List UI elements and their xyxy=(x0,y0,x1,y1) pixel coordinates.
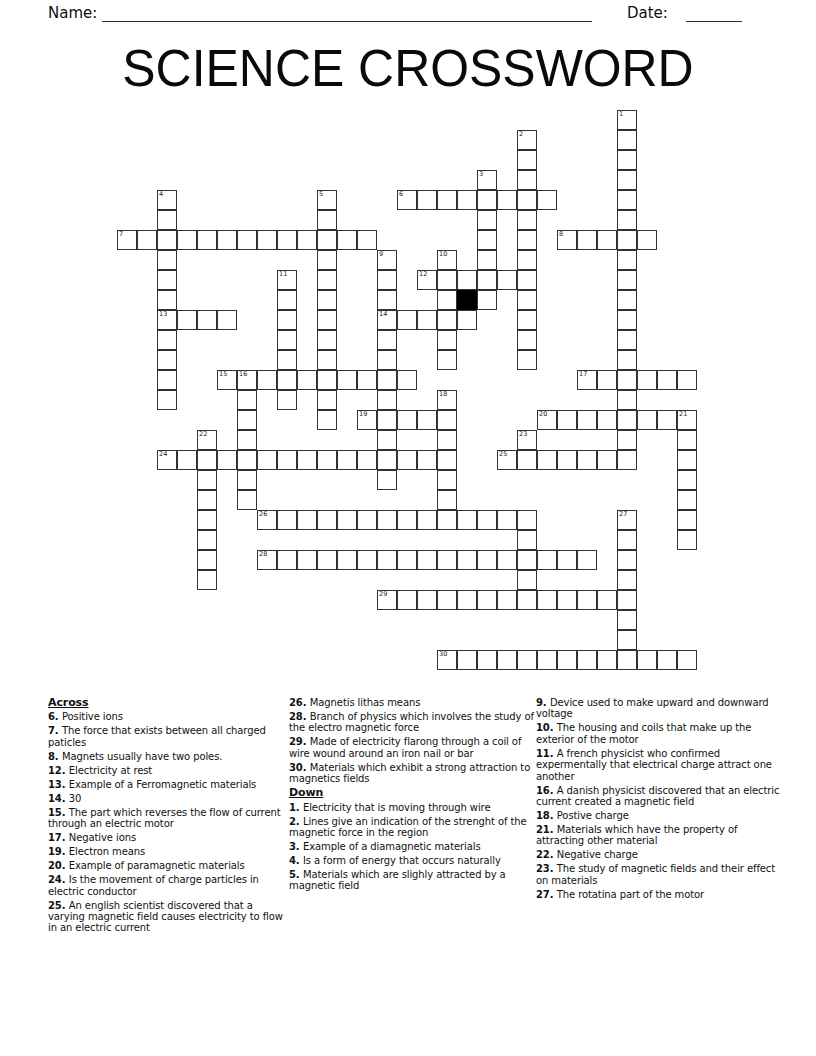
answer-cell[interactable] xyxy=(217,230,237,250)
answer-cell[interactable] xyxy=(617,650,637,670)
answer-cell[interactable] xyxy=(617,370,637,390)
answer-cell[interactable]: 8 xyxy=(557,230,577,250)
answer-cell[interactable] xyxy=(177,450,197,470)
answer-cell[interactable] xyxy=(517,510,537,530)
answer-cell[interactable] xyxy=(317,510,337,530)
answer-cell[interactable] xyxy=(477,270,497,290)
answer-cell[interactable] xyxy=(457,510,477,530)
answer-cell[interactable] xyxy=(617,330,637,350)
answer-cell[interactable] xyxy=(377,370,397,390)
answer-cell[interactable] xyxy=(497,590,517,610)
answer-cell[interactable] xyxy=(237,490,257,510)
answer-cell[interactable] xyxy=(657,370,677,390)
answer-cell[interactable] xyxy=(297,370,317,390)
answer-cell[interactable] xyxy=(517,450,537,470)
answer-cell[interactable] xyxy=(617,190,637,210)
answer-cell[interactable] xyxy=(357,510,377,530)
answer-cell[interactable] xyxy=(597,370,617,390)
answer-cell[interactable] xyxy=(377,350,397,370)
answer-cell[interactable]: 27 xyxy=(617,510,637,530)
answer-cell[interactable] xyxy=(457,190,477,210)
answer-cell[interactable] xyxy=(577,410,597,430)
answer-cell[interactable] xyxy=(417,450,437,470)
answer-cell[interactable] xyxy=(477,210,497,230)
answer-cell[interactable] xyxy=(617,450,637,470)
answer-cell[interactable]: 25 xyxy=(497,450,517,470)
answer-cell[interactable]: 13 xyxy=(157,310,177,330)
answer-cell[interactable] xyxy=(617,310,637,330)
answer-cell[interactable] xyxy=(457,310,477,330)
answer-cell[interactable] xyxy=(317,410,337,430)
answer-cell[interactable] xyxy=(477,650,497,670)
answer-cell[interactable] xyxy=(277,350,297,370)
answer-cell[interactable] xyxy=(157,270,177,290)
answer-cell[interactable] xyxy=(397,370,417,390)
answer-cell[interactable] xyxy=(457,270,477,290)
answer-cell[interactable] xyxy=(157,230,177,250)
answer-cell[interactable] xyxy=(277,310,297,330)
empty-space xyxy=(457,370,477,390)
answer-cell[interactable]: 4 xyxy=(157,190,177,210)
answer-cell[interactable] xyxy=(577,450,597,470)
answer-cell[interactable] xyxy=(517,190,537,210)
answer-cell[interactable] xyxy=(617,130,637,150)
answer-cell[interactable] xyxy=(217,310,237,330)
answer-cell[interactable] xyxy=(657,650,677,670)
down-clue-1: 1. Electricity that is moving through wi… xyxy=(289,802,535,813)
answer-cell[interactable] xyxy=(617,610,637,630)
answer-cell[interactable] xyxy=(517,210,537,230)
answer-cell[interactable] xyxy=(557,590,577,610)
answer-cell[interactable] xyxy=(517,170,537,190)
empty-space xyxy=(137,450,157,470)
answer-cell[interactable] xyxy=(317,330,337,350)
answer-cell[interactable] xyxy=(197,530,217,550)
answer-cell[interactable]: 23 xyxy=(517,430,537,450)
answer-cell[interactable] xyxy=(377,330,397,350)
answer-cell[interactable] xyxy=(437,190,457,210)
answer-cell[interactable] xyxy=(457,590,477,610)
answer-cell[interactable] xyxy=(157,350,177,370)
answer-cell[interactable]: 14 xyxy=(377,310,397,330)
answer-cell[interactable] xyxy=(497,510,517,530)
answer-cell[interactable]: 5 xyxy=(317,190,337,210)
answer-cell[interactable] xyxy=(497,190,517,210)
answer-cell[interactable] xyxy=(677,530,697,550)
empty-space xyxy=(377,170,397,190)
answer-cell[interactable] xyxy=(277,450,297,470)
answer-cell[interactable] xyxy=(197,310,217,330)
answer-cell[interactable] xyxy=(517,570,537,590)
answer-cell[interactable] xyxy=(157,370,177,390)
answer-cell[interactable]: 12 xyxy=(417,270,437,290)
answer-cell[interactable] xyxy=(677,510,697,530)
empty-space xyxy=(497,210,517,230)
answer-cell[interactable] xyxy=(617,410,637,430)
answer-cell[interactable] xyxy=(617,250,637,270)
answer-cell[interactable] xyxy=(437,410,457,430)
answer-cell[interactable] xyxy=(257,230,277,250)
answer-cell[interactable] xyxy=(497,550,517,570)
answer-cell[interactable] xyxy=(277,330,297,350)
empty-space xyxy=(217,550,237,570)
answer-cell[interactable] xyxy=(637,410,657,430)
empty-space xyxy=(297,150,317,170)
answer-cell[interactable] xyxy=(577,230,597,250)
answer-cell[interactable] xyxy=(477,510,497,530)
answer-cell[interactable] xyxy=(617,290,637,310)
answer-cell[interactable] xyxy=(477,590,497,610)
answer-cell[interactable] xyxy=(377,450,397,470)
answer-cell[interactable] xyxy=(237,450,257,470)
answer-cell[interactable] xyxy=(197,550,217,570)
answer-cell[interactable] xyxy=(517,350,537,370)
answer-cell[interactable] xyxy=(157,390,177,410)
empty-space xyxy=(297,590,317,610)
answer-cell[interactable] xyxy=(637,230,657,250)
empty-space xyxy=(557,610,577,630)
answer-cell[interactable] xyxy=(317,270,337,290)
empty-space xyxy=(177,170,197,190)
answer-cell[interactable] xyxy=(617,170,637,190)
answer-cell[interactable] xyxy=(617,210,637,230)
empty-space xyxy=(537,230,557,250)
answer-cell[interactable] xyxy=(457,550,477,570)
answer-cell[interactable]: 16 xyxy=(237,370,257,390)
answer-cell[interactable] xyxy=(377,410,397,430)
answer-cell[interactable] xyxy=(297,230,317,250)
answer-cell[interactable]: 9 xyxy=(377,250,397,270)
answer-cell[interactable] xyxy=(617,390,637,410)
answer-cell[interactable] xyxy=(437,290,457,310)
answer-cell[interactable] xyxy=(617,630,637,650)
answer-cell[interactable]: 28 xyxy=(257,550,277,570)
answer-cell[interactable] xyxy=(677,490,697,510)
answer-cell[interactable] xyxy=(617,550,637,570)
answer-cell[interactable] xyxy=(317,350,337,370)
answer-cell[interactable] xyxy=(557,550,577,570)
answer-cell[interactable] xyxy=(517,290,537,310)
empty-space xyxy=(337,570,357,590)
answer-cell[interactable] xyxy=(177,230,197,250)
answer-cell[interactable] xyxy=(357,550,377,570)
answer-cell[interactable]: 7 xyxy=(117,230,137,250)
answer-cell[interactable] xyxy=(317,390,337,410)
answer-cell[interactable]: 17 xyxy=(577,370,597,390)
empty-space xyxy=(497,470,517,490)
empty-space xyxy=(277,430,297,450)
answer-cell[interactable] xyxy=(497,270,517,290)
answer-cell[interactable] xyxy=(277,390,297,410)
answer-cell[interactable]: 10 xyxy=(437,250,457,270)
answer-cell[interactable] xyxy=(637,650,657,670)
answer-cell[interactable]: 30 xyxy=(437,650,457,670)
empty-space xyxy=(337,170,357,190)
answer-cell[interactable] xyxy=(517,230,537,250)
answer-cell[interactable] xyxy=(577,550,597,570)
empty-space xyxy=(217,130,237,150)
answer-cell[interactable] xyxy=(297,450,317,470)
answer-cell[interactable]: 20 xyxy=(537,410,557,430)
empty-space xyxy=(577,390,597,410)
answer-cell[interactable] xyxy=(677,430,697,450)
answer-cell[interactable] xyxy=(377,430,397,450)
answer-cell[interactable] xyxy=(197,230,217,250)
clue-column-3: 9. Device used to make upward and downwa… xyxy=(536,697,786,903)
answer-cell[interactable] xyxy=(317,250,337,270)
answer-cell[interactable] xyxy=(297,510,317,530)
empty-space xyxy=(157,410,177,430)
answer-cell[interactable] xyxy=(517,650,537,670)
answer-cell[interactable] xyxy=(417,190,437,210)
answer-cell[interactable] xyxy=(197,510,217,530)
empty-space xyxy=(217,510,237,530)
empty-space xyxy=(237,110,257,130)
answer-cell[interactable] xyxy=(617,230,637,250)
answer-cell[interactable] xyxy=(517,250,537,270)
answer-cell[interactable] xyxy=(537,550,557,570)
answer-cell[interactable] xyxy=(297,550,317,570)
answer-cell[interactable] xyxy=(337,450,357,470)
answer-cell[interactable] xyxy=(477,190,497,210)
answer-cell[interactable] xyxy=(317,230,337,250)
answer-cell[interactable] xyxy=(477,250,497,270)
answer-cell[interactable] xyxy=(317,550,337,570)
answer-cell[interactable] xyxy=(317,210,337,230)
answer-cell[interactable] xyxy=(517,530,537,550)
empty-space xyxy=(117,390,137,410)
empty-space xyxy=(417,530,437,550)
empty-space xyxy=(577,310,597,330)
answer-cell[interactable] xyxy=(397,510,417,530)
answer-cell[interactable] xyxy=(237,410,257,430)
answer-cell[interactable] xyxy=(437,550,457,570)
empty-space xyxy=(477,450,497,470)
answer-cell[interactable] xyxy=(677,470,697,490)
answer-cell[interactable] xyxy=(237,390,257,410)
answer-cell[interactable] xyxy=(517,590,537,610)
answer-cell[interactable] xyxy=(317,450,337,470)
empty-space xyxy=(637,490,657,510)
answer-cell[interactable] xyxy=(397,310,417,330)
answer-cell[interactable] xyxy=(377,550,397,570)
answer-cell[interactable] xyxy=(437,590,457,610)
answer-cell[interactable] xyxy=(377,290,397,310)
answer-cell[interactable] xyxy=(337,550,357,570)
answer-cell[interactable] xyxy=(437,470,457,490)
empty-space xyxy=(137,490,157,510)
answer-cell[interactable] xyxy=(537,590,557,610)
down-clue-21: 21. Materials which have the property of… xyxy=(536,824,786,847)
answer-cell[interactable] xyxy=(617,430,637,450)
answer-cell[interactable] xyxy=(597,230,617,250)
answer-cell[interactable] xyxy=(377,470,397,490)
name-blank-line[interactable] xyxy=(102,5,592,22)
answer-cell[interactable] xyxy=(357,230,377,250)
answer-cell[interactable] xyxy=(577,650,597,670)
answer-cell[interactable] xyxy=(597,410,617,430)
answer-cell[interactable] xyxy=(197,470,217,490)
empty-space xyxy=(357,430,377,450)
answer-cell[interactable] xyxy=(597,650,617,670)
answer-cell[interactable] xyxy=(157,330,177,350)
clue-number-3: 3 xyxy=(479,171,483,178)
answer-cell[interactable] xyxy=(317,370,337,390)
answer-cell[interactable] xyxy=(337,370,357,390)
answer-cell[interactable] xyxy=(517,310,537,330)
answer-cell[interactable]: 15 xyxy=(217,370,237,390)
down-clue-2: 2. Lines give an indication of the stren… xyxy=(289,816,535,839)
answer-cell[interactable] xyxy=(277,510,297,530)
answer-cell[interactable] xyxy=(637,370,657,390)
answer-cell[interactable] xyxy=(597,450,617,470)
answer-cell[interactable]: 18 xyxy=(437,390,457,410)
date-blank-line[interactable] xyxy=(686,5,742,22)
answer-cell[interactable]: 19 xyxy=(357,410,377,430)
empty-space xyxy=(377,650,397,670)
answer-cell[interactable] xyxy=(397,590,417,610)
answer-cell[interactable] xyxy=(277,550,297,570)
answer-cell[interactable] xyxy=(617,150,637,170)
empty-space xyxy=(457,390,477,410)
answer-cell[interactable] xyxy=(517,550,537,570)
answer-cell[interactable] xyxy=(397,450,417,470)
answer-cell[interactable]: 24 xyxy=(157,450,177,470)
answer-cell[interactable] xyxy=(217,450,237,470)
answer-cell[interactable] xyxy=(617,590,637,610)
answer-cell[interactable] xyxy=(437,450,457,470)
empty-space xyxy=(657,110,677,130)
answer-cell[interactable] xyxy=(437,490,457,510)
answer-cell[interactable]: 29 xyxy=(377,590,397,610)
answer-cell[interactable] xyxy=(517,330,537,350)
answer-cell[interactable] xyxy=(417,510,437,530)
empty-space xyxy=(337,410,357,430)
answer-cell[interactable] xyxy=(157,290,177,310)
empty-space xyxy=(557,210,577,230)
answer-cell[interactable]: 3 xyxy=(477,170,497,190)
answer-cell[interactable] xyxy=(237,230,257,250)
answer-cell[interactable] xyxy=(617,530,637,550)
empty-space xyxy=(597,150,617,170)
answer-cell[interactable] xyxy=(597,590,617,610)
answer-cell[interactable] xyxy=(277,230,297,250)
empty-space xyxy=(257,350,277,370)
answer-cell[interactable] xyxy=(517,150,537,170)
answer-cell[interactable] xyxy=(557,410,577,430)
answer-cell[interactable]: 1 xyxy=(617,110,637,130)
clue-number-12: 12 xyxy=(419,271,427,278)
answer-cell[interactable] xyxy=(317,290,337,310)
answer-cell[interactable] xyxy=(317,310,337,330)
answer-cell[interactable] xyxy=(257,450,277,470)
answer-cell[interactable] xyxy=(177,310,197,330)
answer-cell[interactable] xyxy=(417,410,437,430)
answer-cell[interactable] xyxy=(197,490,217,510)
answer-cell[interactable] xyxy=(257,370,277,390)
answer-cell[interactable] xyxy=(437,310,457,330)
answer-cell[interactable] xyxy=(437,330,457,350)
answer-cell[interactable]: 2 xyxy=(517,130,537,150)
answer-cell[interactable] xyxy=(677,370,697,390)
answer-cell[interactable] xyxy=(237,470,257,490)
answer-cell[interactable] xyxy=(197,570,217,590)
answer-cell[interactable] xyxy=(477,230,497,250)
answer-cell[interactable] xyxy=(517,270,537,290)
answer-cell[interactable] xyxy=(337,510,357,530)
clue-number-23: 23 xyxy=(519,431,527,438)
answer-cell[interactable]: 21 xyxy=(677,410,697,430)
answer-cell[interactable] xyxy=(677,650,697,670)
answer-cell[interactable] xyxy=(677,450,697,470)
empty-space xyxy=(637,450,657,470)
empty-space xyxy=(477,470,497,490)
answer-cell[interactable] xyxy=(277,370,297,390)
answer-cell[interactable]: 6 xyxy=(397,190,417,210)
empty-space xyxy=(517,470,537,490)
empty-space xyxy=(597,390,617,410)
answer-cell[interactable] xyxy=(377,510,397,530)
answer-cell[interactable] xyxy=(477,550,497,570)
answer-cell[interactable] xyxy=(617,570,637,590)
empty-space xyxy=(177,430,197,450)
answer-cell[interactable]: 22 xyxy=(197,430,217,450)
answer-cell[interactable] xyxy=(137,230,157,250)
answer-cell[interactable] xyxy=(437,270,457,290)
answer-cell[interactable] xyxy=(397,550,417,570)
empty-space xyxy=(257,390,277,410)
empty-space xyxy=(357,130,377,150)
answer-cell[interactable] xyxy=(557,650,577,670)
answer-cell[interactable] xyxy=(457,650,477,670)
answer-cell[interactable] xyxy=(337,230,357,250)
answer-cell[interactable] xyxy=(157,210,177,230)
answer-cell[interactable] xyxy=(497,650,517,670)
empty-space xyxy=(217,430,237,450)
answer-cell[interactable] xyxy=(377,390,397,410)
answer-cell[interactable] xyxy=(537,450,557,470)
answer-cell[interactable] xyxy=(377,270,397,290)
answer-cell[interactable] xyxy=(197,450,217,470)
clue-number-13: 13 xyxy=(159,311,167,318)
answer-cell[interactable] xyxy=(537,650,557,670)
answer-cell[interactable] xyxy=(437,510,457,530)
answer-cell[interactable] xyxy=(157,250,177,270)
answer-cell[interactable] xyxy=(417,310,437,330)
answer-cell[interactable] xyxy=(237,430,257,450)
answer-cell[interactable] xyxy=(617,270,637,290)
answer-cell[interactable] xyxy=(557,450,577,470)
answer-cell[interactable] xyxy=(417,550,437,570)
empty-space xyxy=(237,510,257,530)
answer-cell[interactable] xyxy=(437,350,457,370)
answer-cell[interactable]: 26 xyxy=(257,510,277,530)
answer-cell[interactable] xyxy=(437,430,457,450)
answer-cell[interactable] xyxy=(477,290,497,310)
answer-cell[interactable] xyxy=(617,350,637,370)
answer-cell[interactable] xyxy=(657,410,677,430)
answer-cell[interactable] xyxy=(277,290,297,310)
answer-cell[interactable]: 11 xyxy=(277,270,297,290)
answer-cell[interactable] xyxy=(357,370,377,390)
answer-cell[interactable] xyxy=(537,190,557,210)
answer-cell[interactable] xyxy=(577,590,597,610)
answer-cell[interactable] xyxy=(417,590,437,610)
answer-cell[interactable] xyxy=(397,410,417,430)
empty-space xyxy=(397,570,417,590)
answer-cell[interactable] xyxy=(357,450,377,470)
empty-space xyxy=(197,350,217,370)
